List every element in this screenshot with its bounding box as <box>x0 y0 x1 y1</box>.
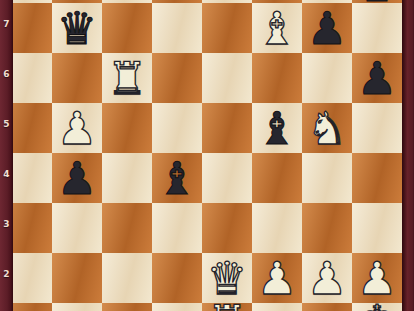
square-d5 <box>152 103 202 153</box>
square-c1 <box>102 303 152 311</box>
black-bishop-f5: ♝ <box>252 103 302 153</box>
square-c3 <box>102 203 152 253</box>
square-e6 <box>202 53 252 103</box>
square-f6 <box>252 53 302 103</box>
square-d3 <box>152 203 202 253</box>
square-h1: ♚ <box>352 303 402 311</box>
square-d7 <box>152 3 202 53</box>
square-c2 <box>102 253 152 303</box>
square-b4: ♟ <box>52 153 102 203</box>
rank-label-5: 5 <box>0 119 13 129</box>
white-rook-c6: ♜ <box>102 53 152 103</box>
square-c7 <box>102 3 152 53</box>
square-c4 <box>102 153 152 203</box>
square-d2 <box>152 253 202 303</box>
white-pawn-b5: ♟ <box>52 103 102 153</box>
chess-diagram: ♚♛♝♟♜♟♟♝♞♟♝♛♟♟♟♜♚ 765432 <box>0 0 414 311</box>
square-b1 <box>52 303 102 311</box>
black-king-h8: ♚ <box>352 0 402 10</box>
square-b6 <box>52 53 102 103</box>
square-g7: ♟ <box>302 3 352 53</box>
square-h3 <box>352 203 402 253</box>
square-b7: ♛ <box>52 3 102 53</box>
square-g5: ♞ <box>302 103 352 153</box>
square-h8: ♚ <box>352 0 402 3</box>
square-g2: ♟ <box>302 253 352 303</box>
rank-label-7: 7 <box>0 19 13 29</box>
square-g6 <box>302 53 352 103</box>
square-d6 <box>152 53 202 103</box>
square-f7: ♝ <box>252 3 302 53</box>
rank-label-2: 2 <box>0 269 13 279</box>
square-e1: ♜ <box>202 303 252 311</box>
square-c5 <box>102 103 152 153</box>
square-b5: ♟ <box>52 103 102 153</box>
square-d1 <box>152 303 202 311</box>
square-e5 <box>202 103 252 153</box>
white-pawn-f2: ♟ <box>252 253 302 303</box>
square-e4 <box>202 153 252 203</box>
rank-label-4: 4 <box>0 169 13 179</box>
black-pawn-h6: ♟ <box>352 53 402 103</box>
rank-label-3: 3 <box>0 219 13 229</box>
black-bishop-d4: ♝ <box>152 153 202 203</box>
square-f2: ♟ <box>252 253 302 303</box>
white-bishop-f7: ♝ <box>252 3 302 53</box>
white-knight-g5: ♞ <box>302 103 352 153</box>
right-border <box>402 0 414 311</box>
square-f4 <box>252 153 302 203</box>
square-d4: ♝ <box>152 153 202 203</box>
square-c6: ♜ <box>102 53 152 103</box>
square-f3 <box>252 203 302 253</box>
white-pawn-g2: ♟ <box>302 253 352 303</box>
square-b3 <box>52 203 102 253</box>
square-b2 <box>52 253 102 303</box>
square-g3 <box>302 203 352 253</box>
white-rook-e1: ♜ <box>202 296 252 311</box>
chess-board: ♚♛♝♟♜♟♟♝♞♟♝♛♟♟♟♜♚ <box>2 0 402 311</box>
black-pawn-b4: ♟ <box>52 153 102 203</box>
square-e7 <box>202 3 252 53</box>
black-queen-b7: ♛ <box>52 3 102 53</box>
black-pawn-g7: ♟ <box>302 3 352 53</box>
square-e3 <box>202 203 252 253</box>
square-g4 <box>302 153 352 203</box>
white-king-h1: ♚ <box>352 296 402 311</box>
left-border: 765432 <box>0 0 13 311</box>
rank-label-6: 6 <box>0 69 13 79</box>
square-f5: ♝ <box>252 103 302 153</box>
square-h6: ♟ <box>352 53 402 103</box>
square-h4 <box>352 153 402 203</box>
square-h5 <box>352 103 402 153</box>
